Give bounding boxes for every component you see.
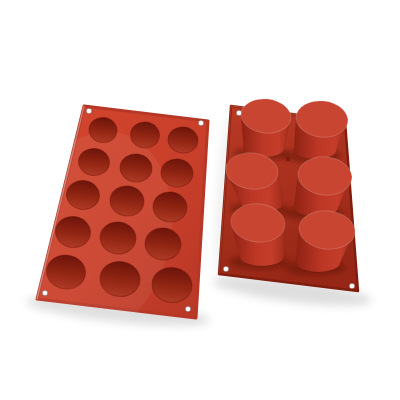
corner-hole (349, 283, 355, 289)
right-mold-6-cup (219, 96, 358, 291)
corner-hole (198, 120, 204, 126)
corner-hole (86, 108, 92, 114)
corner-hole (185, 306, 191, 312)
baking-molds-scene (0, 0, 400, 400)
product-photo (0, 0, 400, 400)
corner-hole (42, 290, 48, 296)
corner-hole (223, 266, 229, 272)
